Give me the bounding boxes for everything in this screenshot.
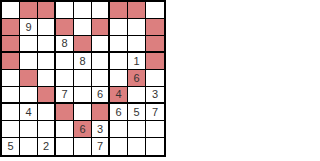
- cell-r6c6[interactable]: 6: [92, 87, 110, 104]
- cell-r3c3[interactable]: [38, 36, 56, 53]
- cell-r7c9[interactable]: 7: [146, 104, 164, 121]
- cell-r3c4[interactable]: 8: [56, 36, 74, 53]
- cell-r6c2[interactable]: [20, 87, 38, 104]
- cell-r9c4[interactable]: [56, 138, 74, 155]
- cell-r3c1[interactable]: [2, 36, 20, 53]
- cell-r7c1[interactable]: [2, 104, 20, 121]
- cell-r4c6[interactable]: [92, 53, 110, 70]
- cell-r5c3[interactable]: [38, 70, 56, 87]
- cell-r7c4[interactable]: [56, 104, 74, 121]
- cell-r9c6[interactable]: 7: [92, 138, 110, 155]
- sudoku-page: 988167643465763527: [0, 0, 320, 157]
- cell-r6c1[interactable]: [2, 87, 20, 104]
- cell-r4c8[interactable]: 1: [128, 53, 146, 70]
- cell-r5c6[interactable]: [92, 70, 110, 87]
- cell-r9c2[interactable]: [20, 138, 38, 155]
- cell-r3c7[interactable]: [110, 36, 128, 53]
- cell-r1c2[interactable]: [20, 2, 38, 19]
- cell-r5c5[interactable]: [74, 70, 92, 87]
- cell-r8c9[interactable]: [146, 121, 164, 138]
- cell-r8c6[interactable]: 3: [92, 121, 110, 138]
- cell-r9c1[interactable]: 5: [2, 138, 20, 155]
- cell-r6c4[interactable]: 7: [56, 87, 74, 104]
- cell-r2c7[interactable]: [110, 19, 128, 36]
- cell-r6c5[interactable]: [74, 87, 92, 104]
- cell-r2c6[interactable]: [92, 19, 110, 36]
- cell-r8c1[interactable]: [2, 121, 20, 138]
- cell-r2c5[interactable]: [74, 19, 92, 36]
- cell-r1c6[interactable]: [92, 2, 110, 19]
- cell-r5c7[interactable]: [110, 70, 128, 87]
- cell-r7c6[interactable]: [92, 104, 110, 121]
- cell-r7c2[interactable]: 4: [20, 104, 38, 121]
- cell-r8c7[interactable]: [110, 121, 128, 138]
- cell-r9c5[interactable]: [74, 138, 92, 155]
- cell-r8c8[interactable]: [128, 121, 146, 138]
- cell-r4c7[interactable]: [110, 53, 128, 70]
- cell-r7c7[interactable]: 6: [110, 104, 128, 121]
- cell-r1c1[interactable]: [2, 2, 20, 19]
- cell-r3c8[interactable]: [128, 36, 146, 53]
- cell-r9c7[interactable]: [110, 138, 128, 155]
- cell-r7c5[interactable]: [74, 104, 92, 121]
- cell-r4c1[interactable]: [2, 53, 20, 70]
- cell-r9c8[interactable]: [128, 138, 146, 155]
- cell-r4c2[interactable]: [20, 53, 38, 70]
- cell-r7c8[interactable]: 5: [128, 104, 146, 121]
- cell-r8c5[interactable]: 6: [74, 121, 92, 138]
- cell-r9c3[interactable]: 2: [38, 138, 56, 155]
- cell-r6c3[interactable]: [38, 87, 56, 104]
- cell-r5c1[interactable]: [2, 70, 20, 87]
- cell-r5c4[interactable]: [56, 70, 74, 87]
- cell-r1c3[interactable]: [38, 2, 56, 19]
- cell-r5c2[interactable]: [20, 70, 38, 87]
- cell-r1c8[interactable]: [128, 2, 146, 19]
- cell-r3c9[interactable]: [146, 36, 164, 53]
- cell-r8c3[interactable]: [38, 121, 56, 138]
- cell-r2c1[interactable]: [2, 19, 20, 36]
- cell-r4c5[interactable]: 8: [74, 53, 92, 70]
- cell-r1c7[interactable]: [110, 2, 128, 19]
- cell-r2c4[interactable]: [56, 19, 74, 36]
- sudoku-board: 988167643465763527: [0, 0, 166, 157]
- cell-r9c9[interactable]: [146, 138, 164, 155]
- cell-r3c6[interactable]: [92, 36, 110, 53]
- cell-r4c9[interactable]: [146, 53, 164, 70]
- cell-r3c2[interactable]: [20, 36, 38, 53]
- cell-r1c4[interactable]: [56, 2, 74, 19]
- cell-r8c2[interactable]: [20, 121, 38, 138]
- cell-r4c4[interactable]: [56, 53, 74, 70]
- cell-r4c3[interactable]: [38, 53, 56, 70]
- cell-r2c2[interactable]: 9: [20, 19, 38, 36]
- cell-r6c7[interactable]: 4: [110, 87, 128, 104]
- cell-r6c8[interactable]: [128, 87, 146, 104]
- cell-r2c9[interactable]: [146, 19, 164, 36]
- cell-r2c3[interactable]: [38, 19, 56, 36]
- cell-r5c8[interactable]: 6: [128, 70, 146, 87]
- cell-r2c8[interactable]: [128, 19, 146, 36]
- cell-r8c4[interactable]: [56, 121, 74, 138]
- cell-r5c9[interactable]: [146, 70, 164, 87]
- cell-r3c5[interactable]: [74, 36, 92, 53]
- cell-r1c5[interactable]: [74, 2, 92, 19]
- cell-r7c3[interactable]: [38, 104, 56, 121]
- cell-r6c9[interactable]: 3: [146, 87, 164, 104]
- cell-r1c9[interactable]: [146, 2, 164, 19]
